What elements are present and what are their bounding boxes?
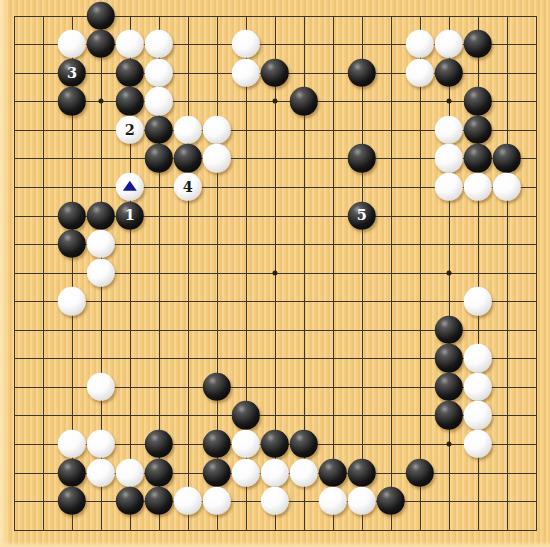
black-stone[interactable] — [348, 144, 376, 172]
black-stone[interactable] — [290, 87, 318, 115]
black-stone[interactable] — [261, 58, 289, 86]
grid-line-vertical — [333, 16, 334, 531]
white-stone[interactable] — [116, 458, 144, 486]
black-stone[interactable] — [348, 458, 376, 486]
white-stone[interactable] — [434, 30, 462, 58]
white-stone[interactable] — [463, 401, 491, 429]
white-stone[interactable] — [492, 173, 520, 201]
black-stone[interactable] — [492, 144, 520, 172]
white-stone[interactable] — [58, 430, 86, 458]
white-stone[interactable] — [203, 144, 231, 172]
black-stone[interactable] — [434, 315, 462, 343]
grid-line-vertical — [391, 16, 392, 531]
white-stone[interactable] — [463, 287, 491, 315]
black-stone[interactable] — [261, 430, 289, 458]
white-stone[interactable] — [87, 430, 115, 458]
board-edge-highlight-bottom — [0, 541, 550, 547]
white-stone[interactable] — [232, 58, 260, 86]
black-stone[interactable] — [406, 458, 434, 486]
go-board[interactable]: 32415 — [0, 0, 550, 547]
black-stone[interactable] — [203, 458, 231, 486]
black-stone[interactable] — [174, 144, 202, 172]
black-stone[interactable]: 3 — [58, 58, 86, 86]
white-stone[interactable] — [203, 116, 231, 144]
star-point — [272, 270, 277, 275]
white-stone[interactable] — [203, 487, 231, 515]
black-stone[interactable] — [87, 201, 115, 229]
black-stone[interactable] — [145, 487, 173, 515]
white-stone[interactable] — [406, 30, 434, 58]
black-stone[interactable] — [145, 458, 173, 486]
black-stone[interactable] — [348, 58, 376, 86]
black-stone[interactable] — [116, 87, 144, 115]
black-stone[interactable] — [434, 373, 462, 401]
white-stone[interactable] — [174, 487, 202, 515]
black-stone[interactable] — [58, 87, 86, 115]
grid-line-horizontal — [14, 530, 537, 531]
white-stone[interactable] — [232, 30, 260, 58]
white-stone[interactable] — [463, 430, 491, 458]
grid-line-vertical — [420, 16, 421, 531]
grid-line-horizontal — [14, 301, 537, 302]
black-stone[interactable] — [463, 30, 491, 58]
black-stone[interactable] — [463, 144, 491, 172]
white-stone[interactable] — [261, 487, 289, 515]
black-stone[interactable] — [463, 116, 491, 144]
black-stone[interactable] — [58, 230, 86, 258]
black-stone[interactable] — [434, 58, 462, 86]
star-point — [98, 99, 103, 104]
black-stone[interactable] — [145, 430, 173, 458]
move-number-label: 1 — [125, 208, 135, 223]
board-edge-highlight-left — [0, 0, 8, 547]
white-stone[interactable] — [319, 487, 347, 515]
white-stone[interactable] — [232, 430, 260, 458]
white-stone[interactable] — [261, 458, 289, 486]
black-stone[interactable] — [87, 1, 115, 29]
white-stone[interactable] — [87, 230, 115, 258]
black-stone[interactable] — [377, 487, 405, 515]
grid-line-vertical — [362, 16, 363, 531]
black-stone[interactable] — [116, 487, 144, 515]
white-stone[interactable] — [463, 173, 491, 201]
white-stone[interactable] — [116, 173, 144, 201]
white-stone[interactable] — [145, 87, 173, 115]
white-stone[interactable] — [87, 258, 115, 286]
white-stone[interactable] — [463, 344, 491, 372]
white-stone[interactable] — [145, 30, 173, 58]
white-stone[interactable] — [463, 373, 491, 401]
star-point — [446, 99, 451, 104]
move-number-label: 2 — [125, 123, 135, 138]
white-stone[interactable] — [58, 287, 86, 315]
star-point — [446, 442, 451, 447]
white-stone[interactable] — [434, 144, 462, 172]
white-stone[interactable] — [87, 458, 115, 486]
white-stone[interactable] — [290, 458, 318, 486]
black-stone[interactable] — [116, 58, 144, 86]
black-stone[interactable] — [463, 87, 491, 115]
black-stone[interactable] — [319, 458, 347, 486]
black-stone[interactable] — [434, 344, 462, 372]
white-stone[interactable]: 2 — [116, 116, 144, 144]
move-number-label: 3 — [67, 65, 77, 80]
black-stone[interactable] — [58, 458, 86, 486]
black-stone[interactable] — [87, 30, 115, 58]
triangle-marker-icon — [123, 181, 137, 191]
white-stone[interactable] — [58, 30, 86, 58]
white-stone[interactable] — [434, 173, 462, 201]
white-stone[interactable] — [145, 58, 173, 86]
black-stone[interactable]: 5 — [348, 201, 376, 229]
white-stone[interactable] — [434, 116, 462, 144]
star-point — [272, 99, 277, 104]
black-stone[interactable] — [203, 430, 231, 458]
black-stone[interactable] — [203, 373, 231, 401]
move-number-label: 4 — [183, 180, 193, 195]
black-stone[interactable] — [232, 401, 260, 429]
star-point — [446, 270, 451, 275]
grid-line-vertical — [536, 16, 537, 531]
move-number-label: 5 — [357, 208, 367, 223]
black-stone[interactable] — [145, 116, 173, 144]
black-stone[interactable] — [290, 430, 318, 458]
black-stone[interactable] — [434, 401, 462, 429]
black-stone[interactable] — [58, 201, 86, 229]
white-stone[interactable] — [348, 487, 376, 515]
grid-line-vertical — [507, 16, 508, 531]
white-stone[interactable] — [232, 458, 260, 486]
white-stone[interactable] — [406, 58, 434, 86]
white-stone[interactable] — [116, 30, 144, 58]
black-stone[interactable] — [145, 144, 173, 172]
white-stone[interactable] — [174, 116, 202, 144]
black-stone[interactable]: 1 — [116, 201, 144, 229]
white-stone[interactable]: 4 — [174, 173, 202, 201]
black-stone[interactable] — [58, 487, 86, 515]
white-stone[interactable] — [87, 373, 115, 401]
